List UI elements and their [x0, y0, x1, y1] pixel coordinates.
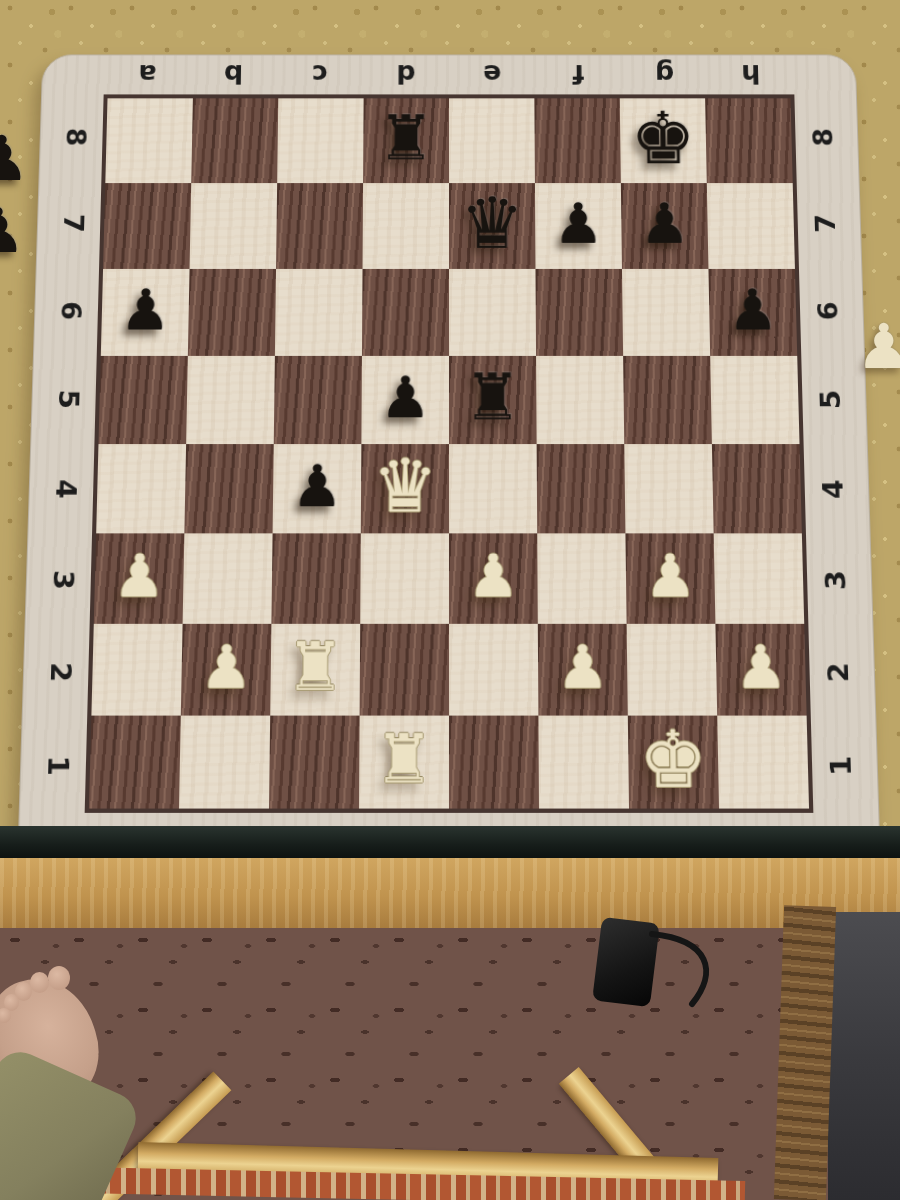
square-e8 [449, 98, 535, 183]
square-d8: ♜ [363, 98, 449, 183]
photo-scene: abcdefgh abcdefgh 87654321 87654321 ♜♚♛♟… [0, 0, 900, 1200]
square-c4: ♟ [273, 444, 362, 533]
adapter-cable [618, 900, 748, 1030]
file-label-top-g: g [621, 57, 708, 92]
black-rook-e5: ♜ [449, 353, 537, 441]
white-queen-d4: ♛ [361, 441, 449, 530]
file-labels-top: abcdefgh [104, 57, 795, 92]
square-b2: ♟ [181, 624, 272, 716]
black-pawn-h6: ♟ [708, 266, 797, 353]
square-a8 [105, 98, 193, 183]
white-rook-d1: ♜ [359, 712, 449, 805]
square-b3 [183, 533, 273, 624]
square-c7 [276, 183, 363, 269]
square-g3: ♟ [625, 533, 715, 624]
board-grid: ♜♚♛♟♟♟♟♟♜♟♛♟♟♟♟♜♟♟♜♚ [89, 98, 809, 808]
white-pawn-g3: ♟ [625, 530, 715, 620]
black-pawn-d5: ♟ [361, 353, 449, 441]
table-leg [774, 905, 836, 1200]
square-a7 [103, 183, 191, 269]
white-rook-c2: ♜ [270, 621, 360, 713]
square-h3 [714, 533, 805, 624]
square-b5 [186, 356, 275, 444]
white-pawn-e3: ♟ [449, 530, 538, 620]
square-h5 [710, 356, 799, 444]
square-f6 [535, 269, 623, 356]
file-label-top-c: c [276, 57, 363, 92]
white-pawn-h2: ♟ [715, 621, 806, 713]
square-f1 [538, 716, 629, 809]
square-b1 [179, 716, 270, 809]
white-king-g1: ♚ [628, 712, 719, 805]
square-b6 [188, 269, 276, 356]
square-d4: ♛ [361, 444, 449, 533]
square-e7: ♛ [449, 183, 535, 269]
square-h8 [705, 98, 793, 183]
chess-board-mat: abcdefgh abcdefgh 87654321 87654321 ♜♚♛♟… [17, 54, 881, 873]
square-d1: ♜ [359, 716, 449, 809]
square-g8: ♚ [620, 98, 707, 183]
square-g6 [622, 269, 710, 356]
square-a3: ♟ [94, 533, 185, 624]
off-board-white-piece-1: ♟ [856, 316, 900, 378]
square-a1 [89, 716, 181, 809]
off-board-black-piece-2: ♟ [0, 200, 26, 262]
square-c1 [269, 716, 360, 809]
square-c5 [274, 356, 362, 444]
square-a2 [91, 624, 182, 716]
square-e1 [449, 716, 539, 809]
square-c8 [277, 98, 363, 183]
square-f8 [534, 98, 620, 183]
square-e2 [449, 624, 538, 716]
square-b8 [191, 98, 278, 183]
square-h7 [707, 183, 795, 269]
square-f3 [537, 533, 626, 624]
wooden-table-edge [0, 858, 900, 928]
square-h4 [712, 444, 802, 533]
square-e6 [449, 269, 536, 356]
square-h2: ♟ [715, 624, 806, 716]
square-c6 [275, 269, 363, 356]
square-f7: ♟ [535, 183, 622, 269]
square-g2 [627, 624, 718, 716]
square-b4 [184, 444, 273, 533]
black-king-g8: ♚ [620, 95, 707, 180]
square-d7 [363, 183, 449, 269]
square-g1: ♚ [628, 716, 719, 809]
file-label-top-d: d [363, 57, 449, 92]
square-g7: ♟ [621, 183, 709, 269]
square-f4 [537, 444, 626, 533]
playing-area: ♜♚♛♟♟♟♟♟♜♟♛♟♟♟♟♜♟♟♜♚ [85, 94, 814, 812]
square-f5 [536, 356, 624, 444]
square-e5: ♜ [449, 356, 537, 444]
square-b7 [190, 183, 278, 269]
file-label-top-b: b [190, 57, 277, 92]
square-e3: ♟ [449, 533, 538, 624]
square-a4 [96, 444, 186, 533]
square-d5: ♟ [361, 356, 449, 444]
white-pawn-b2: ♟ [181, 621, 272, 713]
off-board-black-piece-1: ♟ [0, 128, 30, 190]
square-g5 [623, 356, 712, 444]
white-pawn-f2: ♟ [538, 621, 628, 713]
square-d6 [362, 269, 449, 356]
square-e4 [449, 444, 537, 533]
black-queen-e7: ♛ [449, 180, 535, 266]
square-c3 [271, 533, 360, 624]
toe [48, 966, 70, 990]
file-label-top-a: a [104, 57, 191, 92]
white-pawn-a3: ♟ [94, 530, 185, 620]
file-label-top-f: f [535, 57, 622, 92]
square-d3 [360, 533, 449, 624]
file-label-top-h: h [707, 57, 794, 92]
square-h6: ♟ [708, 269, 797, 356]
black-pawn-f7: ♟ [535, 180, 622, 266]
square-a5 [98, 356, 187, 444]
shadow-under-table [828, 912, 900, 1200]
square-g4 [624, 444, 713, 533]
square-a6: ♟ [101, 269, 190, 356]
black-rook-d8: ♜ [363, 95, 449, 180]
black-pawn-c4: ♟ [273, 441, 362, 530]
square-d2 [360, 624, 449, 716]
black-pawn-g7: ♟ [621, 180, 709, 266]
square-c2: ♜ [270, 624, 360, 716]
toe [30, 972, 49, 993]
file-label-top-e: e [449, 57, 535, 92]
square-f2: ♟ [538, 624, 628, 716]
black-pawn-a6: ♟ [101, 266, 190, 353]
square-h1 [717, 716, 809, 809]
table-trim-band [0, 826, 900, 858]
